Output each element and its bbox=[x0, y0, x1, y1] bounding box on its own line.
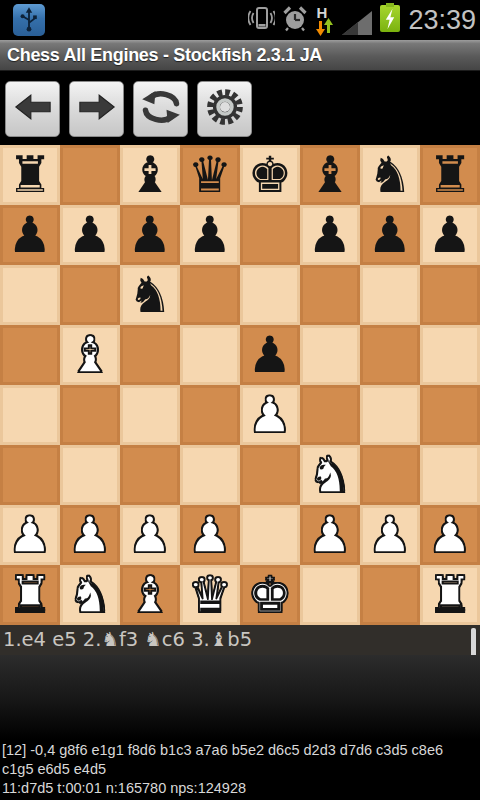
square-g8[interactable]: ♞ bbox=[360, 145, 420, 205]
engine-pv-line: [12] -0,4 g8f6 e1g1 f8d6 b1c3 a7a6 b5e2 … bbox=[2, 741, 478, 760]
square-a4[interactable] bbox=[0, 385, 60, 445]
black-pawn: ♟ bbox=[368, 205, 413, 265]
square-g5[interactable] bbox=[360, 325, 420, 385]
toolbar bbox=[0, 71, 480, 145]
square-e4[interactable]: ♟ bbox=[240, 385, 300, 445]
square-f1[interactable] bbox=[300, 565, 360, 625]
move-list-bar[interactable]: 1.e4 e5 2.♞f3 ♞c6 3.♝b5 bbox=[0, 625, 480, 655]
square-e2[interactable] bbox=[240, 505, 300, 565]
square-f3[interactable]: ♞ bbox=[300, 445, 360, 505]
square-g1[interactable] bbox=[360, 565, 420, 625]
black-pawn: ♟ bbox=[68, 205, 113, 265]
square-b8[interactable] bbox=[60, 145, 120, 205]
white-king: ♚ bbox=[248, 565, 293, 625]
square-a1[interactable]: ♜ bbox=[0, 565, 60, 625]
engine-pv-line: c1g5 e6d5 e4d5 bbox=[2, 760, 478, 779]
square-f7[interactable]: ♟ bbox=[300, 205, 360, 265]
square-d6[interactable] bbox=[180, 265, 240, 325]
signal-strength-icon bbox=[342, 11, 372, 35]
white-bishop: ♝ bbox=[128, 565, 173, 625]
square-a5[interactable] bbox=[0, 325, 60, 385]
arrow-right-icon bbox=[78, 92, 116, 126]
vibrate-icon bbox=[248, 5, 275, 36]
square-h5[interactable] bbox=[420, 325, 480, 385]
square-e6[interactable] bbox=[240, 265, 300, 325]
black-pawn: ♟ bbox=[308, 205, 353, 265]
square-g4[interactable] bbox=[360, 385, 420, 445]
white-rook: ♜ bbox=[428, 565, 473, 625]
white-pawn: ♟ bbox=[368, 505, 413, 565]
white-pawn: ♟ bbox=[8, 505, 53, 565]
black-knight: ♞ bbox=[368, 145, 413, 205]
square-h2[interactable]: ♟ bbox=[420, 505, 480, 565]
back-button[interactable] bbox=[5, 81, 60, 137]
black-pawn: ♟ bbox=[128, 205, 173, 265]
square-f5[interactable] bbox=[300, 325, 360, 385]
white-pawn: ♟ bbox=[248, 385, 293, 445]
black-pawn: ♟ bbox=[8, 205, 53, 265]
black-pawn: ♟ bbox=[248, 325, 293, 385]
white-bishop: ♝ bbox=[68, 325, 113, 385]
square-d2[interactable]: ♟ bbox=[180, 505, 240, 565]
black-bishop: ♝ bbox=[128, 145, 173, 205]
usb-icon bbox=[13, 4, 45, 36]
black-queen: ♛ bbox=[188, 145, 233, 205]
move-list-text: 1.e4 e5 2.♞f3 ♞c6 3.♝b5 bbox=[0, 625, 480, 655]
square-h6[interactable] bbox=[420, 265, 480, 325]
square-d1[interactable]: ♛ bbox=[180, 565, 240, 625]
black-rook: ♜ bbox=[8, 145, 53, 205]
white-rook: ♜ bbox=[8, 565, 53, 625]
square-c3[interactable] bbox=[120, 445, 180, 505]
black-king: ♚ bbox=[248, 145, 293, 205]
white-pawn: ♟ bbox=[68, 505, 113, 565]
square-a7[interactable]: ♟ bbox=[0, 205, 60, 265]
square-e3[interactable] bbox=[240, 445, 300, 505]
square-c2[interactable]: ♟ bbox=[120, 505, 180, 565]
black-pawn: ♟ bbox=[188, 205, 233, 265]
engine-output-pane[interactable]: [12] -0,4 g8f6 e1g1 f8d6 b1c3 a7a6 b5e2 … bbox=[0, 655, 480, 800]
square-h3[interactable] bbox=[420, 445, 480, 505]
square-f8[interactable]: ♝ bbox=[300, 145, 360, 205]
square-e8[interactable]: ♚ bbox=[240, 145, 300, 205]
square-g6[interactable] bbox=[360, 265, 420, 325]
square-b2[interactable]: ♟ bbox=[60, 505, 120, 565]
square-d7[interactable]: ♟ bbox=[180, 205, 240, 265]
square-h8[interactable]: ♜ bbox=[420, 145, 480, 205]
forward-button[interactable] bbox=[69, 81, 124, 137]
square-g7[interactable]: ♟ bbox=[360, 205, 420, 265]
square-b4[interactable] bbox=[60, 385, 120, 445]
white-knight: ♞ bbox=[68, 565, 113, 625]
black-knight: ♞ bbox=[128, 265, 173, 325]
square-c4[interactable] bbox=[120, 385, 180, 445]
square-a3[interactable] bbox=[0, 445, 60, 505]
app-title: Chess All Engines - Stockfish 2.3.1 JA bbox=[0, 40, 480, 70]
square-a2[interactable]: ♟ bbox=[0, 505, 60, 565]
title-bar: Chess All Engines - Stockfish 2.3.1 JA bbox=[0, 40, 480, 71]
alarm-icon bbox=[282, 5, 308, 36]
square-c7[interactable]: ♟ bbox=[120, 205, 180, 265]
square-d5[interactable] bbox=[180, 325, 240, 385]
chess-board: ♜♝♛♚♝♞♜♟♟♟♟♟♟♟♞♝♟♟♞♟♟♟♟♟♟♟♜♞♝♛♚♜ bbox=[0, 145, 480, 625]
square-e7[interactable] bbox=[240, 205, 300, 265]
square-h4[interactable] bbox=[420, 385, 480, 445]
square-h1[interactable]: ♜ bbox=[420, 565, 480, 625]
white-pawn: ♟ bbox=[128, 505, 173, 565]
square-e1[interactable]: ♚ bbox=[240, 565, 300, 625]
swap-sides-button[interactable] bbox=[133, 81, 188, 137]
hspa-network-icon: H bbox=[315, 5, 335, 37]
move-list-scrollbar[interactable] bbox=[471, 628, 476, 657]
gear-icon bbox=[204, 86, 246, 132]
black-rook: ♜ bbox=[428, 145, 473, 205]
square-c8[interactable]: ♝ bbox=[120, 145, 180, 205]
black-pawn: ♟ bbox=[428, 205, 473, 265]
square-f6[interactable] bbox=[300, 265, 360, 325]
black-bishop: ♝ bbox=[308, 145, 353, 205]
square-b7[interactable]: ♟ bbox=[60, 205, 120, 265]
square-g2[interactable]: ♟ bbox=[360, 505, 420, 565]
white-pawn: ♟ bbox=[188, 505, 233, 565]
square-d4[interactable] bbox=[180, 385, 240, 445]
square-d3[interactable] bbox=[180, 445, 240, 505]
square-a8[interactable]: ♜ bbox=[0, 145, 60, 205]
battery-charging-icon bbox=[379, 1, 401, 39]
square-f4[interactable] bbox=[300, 385, 360, 445]
square-b5[interactable]: ♝ bbox=[60, 325, 120, 385]
engine-stats-line: 11:d7d5 t:00:01 n:165780 nps:124928 bbox=[2, 779, 478, 798]
square-c5[interactable] bbox=[120, 325, 180, 385]
swap-arrows-icon bbox=[140, 88, 182, 130]
white-knight: ♞ bbox=[308, 445, 353, 505]
square-c1[interactable]: ♝ bbox=[120, 565, 180, 625]
square-g3[interactable] bbox=[360, 445, 420, 505]
status-clock: 23:39 bbox=[408, 0, 476, 40]
white-pawn: ♟ bbox=[308, 505, 353, 565]
square-h7[interactable]: ♟ bbox=[420, 205, 480, 265]
square-c6[interactable]: ♞ bbox=[120, 265, 180, 325]
square-e5[interactable]: ♟ bbox=[240, 325, 300, 385]
square-b6[interactable] bbox=[60, 265, 120, 325]
square-d8[interactable]: ♛ bbox=[180, 145, 240, 205]
square-a6[interactable] bbox=[0, 265, 60, 325]
square-b1[interactable]: ♞ bbox=[60, 565, 120, 625]
status-bar: H 23:39 bbox=[0, 0, 480, 40]
square-b3[interactable] bbox=[60, 445, 120, 505]
white-pawn: ♟ bbox=[428, 505, 473, 565]
square-f2[interactable]: ♟ bbox=[300, 505, 360, 565]
settings-button[interactable] bbox=[197, 81, 252, 137]
white-queen: ♛ bbox=[188, 565, 233, 625]
arrow-left-icon bbox=[14, 92, 52, 126]
